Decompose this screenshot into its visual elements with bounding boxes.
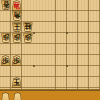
hand-piece-stub-2[interactable]: [13, 92, 22, 100]
shogi-piece-8d[interactable]: 歩: [12, 33, 22, 43]
sente-komadai[interactable]: [0, 91, 100, 100]
piece-face: 王: [12, 23, 21, 32]
piece-glyph: 玉: [13, 79, 20, 87]
shogi-piece-9a[interactable]: 香: [1, 0, 11, 10]
piece-face: 歩: [1, 34, 10, 43]
piece-face: [2, 93, 10, 100]
piece-glyph: 竜: [13, 2, 20, 10]
piece-face: [14, 93, 22, 100]
star-point: [66, 32, 68, 34]
hand-piece-stub-1[interactable]: [1, 92, 10, 100]
shogi-piece-9f[interactable]: 歩: [1, 55, 11, 65]
shogi-piece-9d[interactable]: 歩: [1, 33, 11, 43]
piece-face: 角: [12, 12, 21, 21]
piece-face: 歩: [12, 34, 21, 43]
piece-face: 竜: [12, 1, 21, 10]
piece-face: 桂: [23, 23, 32, 32]
piece-face: 香: [1, 1, 10, 10]
piece-glyph: 歩: [2, 57, 9, 65]
star-point: [33, 32, 35, 34]
piece-glyph: 香: [2, 1, 9, 9]
shogi-app-screen: 香竜角王桂歩歩歩歩歩玉: [0, 0, 100, 100]
piece-glyph: 歩: [24, 34, 31, 42]
shogi-piece-8a[interactable]: 竜: [12, 0, 22, 10]
shogi-piece-7d[interactable]: 歩: [23, 33, 33, 43]
star-point: [33, 65, 35, 67]
piece-face: 玉: [12, 78, 21, 87]
piece-glyph: 歩: [13, 57, 20, 65]
star-point: [66, 65, 68, 67]
piece-glyph: 王: [13, 23, 20, 31]
piece-glyph: 歩: [2, 34, 9, 42]
shogi-piece-8b[interactable]: 角: [12, 11, 22, 21]
shogi-piece-8f[interactable]: 歩: [12, 55, 22, 65]
shogi-piece-8h[interactable]: 玉: [12, 77, 22, 87]
shogi-board[interactable]: 香竜角王桂歩歩歩歩歩玉: [0, 0, 100, 89]
shogi-piece-7c[interactable]: 桂: [23, 22, 33, 32]
piece-face: 歩: [1, 56, 10, 65]
piece-glyph: 角: [13, 12, 20, 20]
shogi-piece-8c[interactable]: 王: [12, 22, 22, 32]
piece-face: 歩: [12, 56, 21, 65]
piece-face: 歩: [23, 34, 32, 43]
piece-glyph: 桂: [24, 23, 31, 31]
piece-glyph: 歩: [13, 34, 20, 42]
